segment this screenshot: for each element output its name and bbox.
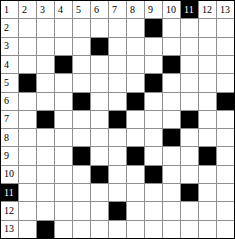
- black-cell-r11c11[interactable]: [181, 184, 198, 201]
- col-label-3: 3: [37, 1, 54, 18]
- grid-cell-r9c13[interactable]: [217, 147, 234, 164]
- grid-cell-r9c6[interactable]: [91, 147, 108, 164]
- grid-cell-r8c9[interactable]: [145, 129, 162, 146]
- grid-cell-r7c13[interactable]: [217, 111, 234, 128]
- row-label-5: 5: [1, 74, 18, 91]
- grid-cell-r9c4[interactable]: [55, 147, 72, 164]
- grid-cell-r10c8[interactable]: [127, 166, 144, 183]
- grid-cell-r5c8[interactable]: [127, 74, 144, 91]
- grid-cell-r4c12[interactable]: [199, 56, 216, 73]
- black-cell-r12c7[interactable]: [109, 202, 126, 219]
- grid-cell-r12c13[interactable]: [217, 202, 234, 219]
- grid-cell-r10c10[interactable]: [163, 166, 180, 183]
- black-cell-r8c10[interactable]: [163, 129, 180, 146]
- col-label-12: 12: [199, 1, 216, 18]
- grid-cell-r3c7[interactable]: [109, 38, 126, 55]
- grid-cell-r12c3[interactable]: [37, 202, 54, 219]
- grid-cell-r3c9[interactable]: [145, 38, 162, 55]
- grid-cell-r10c2[interactable]: [19, 166, 36, 183]
- grid-cell-r8c7[interactable]: [109, 129, 126, 146]
- puzzle-board: 123456789101112132345678910111213: [0, 0, 235, 239]
- grid-cell-r8c8[interactable]: [127, 129, 144, 146]
- grid-cell-r11c9[interactable]: [145, 184, 162, 201]
- grid-cell-r3c8[interactable]: [127, 38, 144, 55]
- grid-cell-r10c7[interactable]: [109, 166, 126, 183]
- grid-cell-r7c4[interactable]: [55, 111, 72, 128]
- grid-cell-r2c4[interactable]: [55, 19, 72, 36]
- grid-cell-r9c9[interactable]: [145, 147, 162, 164]
- grid-cell-r5c13[interactable]: [217, 74, 234, 91]
- grid-cell-r2c7[interactable]: [109, 19, 126, 36]
- row-label-2: 2: [1, 19, 18, 36]
- grid-cell-r11c6[interactable]: [91, 184, 108, 201]
- black-cell-r5c2[interactable]: [19, 74, 36, 91]
- grid-cell-r5c10[interactable]: [163, 74, 180, 91]
- grid-cell-r11c10[interactable]: [163, 184, 180, 201]
- grid-cell-r4c6[interactable]: [91, 56, 108, 73]
- black-cell-r7c3[interactable]: [37, 111, 54, 128]
- grid-cell-r2c8[interactable]: [127, 19, 144, 36]
- black-cell-r13c3[interactable]: [37, 221, 54, 238]
- grid-cell-r3c3[interactable]: [37, 38, 54, 55]
- col-label-1: 1: [1, 1, 18, 18]
- grid-cell-r11c13[interactable]: [217, 184, 234, 201]
- black-cell-r10c9[interactable]: [145, 166, 162, 183]
- grid-cell-r6c4[interactable]: [55, 93, 72, 110]
- grid-cell-r9c7[interactable]: [109, 147, 126, 164]
- grid-cell-r12c8[interactable]: [127, 202, 144, 219]
- grid-cell-r7c12[interactable]: [199, 111, 216, 128]
- grid-cell-r12c10[interactable]: [163, 202, 180, 219]
- grid-cell-r5c3[interactable]: [37, 74, 54, 91]
- grid-cell-r7c9[interactable]: [145, 111, 162, 128]
- grid-cell-r12c11[interactable]: [181, 202, 198, 219]
- grid-cell-r6c7[interactable]: [109, 93, 126, 110]
- row-label-9: 9: [1, 147, 18, 164]
- grid-cell-r3c2[interactable]: [19, 38, 36, 55]
- grid-cell-r9c3[interactable]: [37, 147, 54, 164]
- row-label-13: 13: [1, 221, 18, 238]
- row-label-4: 4: [1, 56, 18, 73]
- grid-cell-r11c3[interactable]: [37, 184, 54, 201]
- black-cell-r7c11[interactable]: [181, 111, 198, 128]
- grid-cell-r12c2[interactable]: [19, 202, 36, 219]
- black-cell-r10c6[interactable]: [91, 166, 108, 183]
- row-label-8: 8: [1, 129, 18, 146]
- grid-cell-r2c11[interactable]: [181, 19, 198, 36]
- grid-cell-r13c2[interactable]: [19, 221, 36, 238]
- grid-cell-r10c3[interactable]: [37, 166, 54, 183]
- grid-cell-r12c6[interactable]: [91, 202, 108, 219]
- grid-cell-r2c6[interactable]: [91, 19, 108, 36]
- row-label-10: 10: [1, 166, 18, 183]
- grid-cell-r4c2[interactable]: [19, 56, 36, 73]
- grid-cell-r2c3[interactable]: [37, 19, 54, 36]
- grid-cell-r8c3[interactable]: [37, 129, 54, 146]
- grid-cell-r13c13[interactable]: [217, 221, 234, 238]
- grid-cell-r4c9[interactable]: [145, 56, 162, 73]
- col-label-10: 10: [163, 1, 180, 18]
- black-cell-r5c9[interactable]: [145, 74, 162, 91]
- grid-cell-r12c9[interactable]: [145, 202, 162, 219]
- grid-cell-r3c13[interactable]: [217, 38, 234, 55]
- grid-cell-r13c6[interactable]: [91, 221, 108, 238]
- grid-cell-r7c2[interactable]: [19, 111, 36, 128]
- grid-cell-r13c10[interactable]: [163, 221, 180, 238]
- grid-cell-r13c5[interactable]: [73, 221, 90, 238]
- grid-cell-r2c5[interactable]: [73, 19, 90, 36]
- grid-cell-r11c5[interactable]: [73, 184, 90, 201]
- grid-cell-r5c5[interactable]: [73, 74, 90, 91]
- grid-cell-r6c6[interactable]: [91, 93, 108, 110]
- grid-cell-r11c7[interactable]: [109, 184, 126, 201]
- black-cell-r2c9[interactable]: [145, 19, 162, 36]
- black-cell-r9c8[interactable]: [127, 147, 144, 164]
- grid-cell-r6c9[interactable]: [145, 93, 162, 110]
- grid-cell-r10c5[interactable]: [73, 166, 90, 183]
- grid-cell-r9c2[interactable]: [19, 147, 36, 164]
- black-cell-r4c10[interactable]: [163, 56, 180, 73]
- grid-cell-r4c11[interactable]: [181, 56, 198, 73]
- col-label-11: 11: [181, 1, 198, 18]
- col-label-2: 2: [19, 1, 36, 18]
- grid-cell-r3c12[interactable]: [199, 38, 216, 55]
- grid-cell-r11c2[interactable]: [19, 184, 36, 201]
- grid-cell-r10c4[interactable]: [55, 166, 72, 183]
- col-label-4: 4: [55, 1, 72, 18]
- grid-cell-r5c6[interactable]: [91, 74, 108, 91]
- grid-cell-r6c3[interactable]: [37, 93, 54, 110]
- black-cell-r9c5[interactable]: [73, 147, 90, 164]
- col-label-8: 8: [127, 1, 144, 18]
- grid-cell-r6c10[interactable]: [163, 93, 180, 110]
- grid-cell-r7c10[interactable]: [163, 111, 180, 128]
- grid-cell-r8c12[interactable]: [199, 129, 216, 146]
- black-cell-r6c13[interactable]: [217, 93, 234, 110]
- grid-cell-r3c5[interactable]: [73, 38, 90, 55]
- grid-cell-r7c6[interactable]: [91, 111, 108, 128]
- grid-cell-r13c12[interactable]: [199, 221, 216, 238]
- grid-cell-r5c11[interactable]: [181, 74, 198, 91]
- grid-cell-r8c6[interactable]: [91, 129, 108, 146]
- grid-cell-r9c11[interactable]: [181, 147, 198, 164]
- grid-cell-r4c3[interactable]: [37, 56, 54, 73]
- black-cell-r9c12[interactable]: [199, 147, 216, 164]
- grid-cell-r12c5[interactable]: [73, 202, 90, 219]
- grid-cell-r8c13[interactable]: [217, 129, 234, 146]
- grid-cell-r11c12[interactable]: [199, 184, 216, 201]
- grid-cell-r4c5[interactable]: [73, 56, 90, 73]
- col-label-7: 7: [109, 1, 126, 18]
- grid-cell-r10c12[interactable]: [199, 166, 216, 183]
- grid-cell-r4c7[interactable]: [109, 56, 126, 73]
- grid-cell-r4c8[interactable]: [127, 56, 144, 73]
- grid-cell-r12c4[interactable]: [55, 202, 72, 219]
- grid-cell-r8c5[interactable]: [73, 129, 90, 146]
- grid-cell-r4c13[interactable]: [217, 56, 234, 73]
- grid-cell-r5c12[interactable]: [199, 74, 216, 91]
- grid-cell-r6c12[interactable]: [199, 93, 216, 110]
- grid-cell-r12c12[interactable]: [199, 202, 216, 219]
- col-label-6: 6: [91, 1, 108, 18]
- grid-cell-r7c8[interactable]: [127, 111, 144, 128]
- black-cell-r3c6[interactable]: [91, 38, 108, 55]
- grid-cell-r11c4[interactable]: [55, 184, 72, 201]
- row-label-6: 6: [1, 93, 18, 110]
- grid-cell-r13c4[interactable]: [55, 221, 72, 238]
- row-label-7: 7: [1, 111, 18, 128]
- grid-cell-r3c11[interactable]: [181, 38, 198, 55]
- row-label-11: 11: [1, 184, 18, 201]
- grid-cell-r13c7[interactable]: [109, 221, 126, 238]
- grid-cell-r13c9[interactable]: [145, 221, 162, 238]
- grid-cell-r13c11[interactable]: [181, 221, 198, 238]
- grid-cell-r2c12[interactable]: [199, 19, 216, 36]
- black-cell-r7c7[interactable]: [109, 111, 126, 128]
- grid-cell-r2c2[interactable]: [19, 19, 36, 36]
- grid-cell-r6c11[interactable]: [181, 93, 198, 110]
- grid-cell-r10c11[interactable]: [181, 166, 198, 183]
- col-label-13: 13: [217, 1, 234, 18]
- grid-cell-r13c8[interactable]: [127, 221, 144, 238]
- grid-cell-r5c7[interactable]: [109, 74, 126, 91]
- black-cell-r6c5[interactable]: [73, 93, 90, 110]
- grid-cell-r7c5[interactable]: [73, 111, 90, 128]
- black-cell-r4c4[interactable]: [55, 56, 72, 73]
- grid-cell-r8c2[interactable]: [19, 129, 36, 146]
- grid-cell-r3c10[interactable]: [163, 38, 180, 55]
- black-cell-r6c8[interactable]: [127, 93, 144, 110]
- grid-cell-r2c13[interactable]: [217, 19, 234, 36]
- col-label-9: 9: [145, 1, 162, 18]
- grid-cell-r9c10[interactable]: [163, 147, 180, 164]
- grid-cell-r11c8[interactable]: [127, 184, 144, 201]
- grid-cell-r5c4[interactable]: [55, 74, 72, 91]
- grid-cell-r6c2[interactable]: [19, 93, 36, 110]
- row-label-12: 12: [1, 202, 18, 219]
- grid-cell-r2c10[interactable]: [163, 19, 180, 36]
- grid-cell-r8c11[interactable]: [181, 129, 198, 146]
- grid-cell-r10c13[interactable]: [217, 166, 234, 183]
- grid-cell-r8c4[interactable]: [55, 129, 72, 146]
- grid-cell-r3c4[interactable]: [55, 38, 72, 55]
- col-label-5: 5: [73, 1, 90, 18]
- row-label-3: 3: [1, 38, 18, 55]
